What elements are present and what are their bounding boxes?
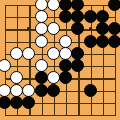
black-stone bbox=[108, 0, 120, 11]
board-point[interactable] bbox=[72, 23, 84, 35]
black-stone bbox=[71, 10, 84, 23]
board-point[interactable] bbox=[0, 109, 11, 120]
board-point[interactable] bbox=[72, 0, 84, 11]
board-point[interactable] bbox=[72, 60, 84, 72]
board-point[interactable] bbox=[84, 72, 96, 84]
board-point[interactable] bbox=[60, 72, 72, 84]
board-point[interactable] bbox=[35, 35, 47, 47]
board-point[interactable] bbox=[0, 47, 11, 59]
white-stone bbox=[0, 59, 11, 72]
black-stone bbox=[35, 71, 48, 84]
board-point[interactable] bbox=[47, 23, 59, 35]
star-point bbox=[27, 27, 30, 30]
board-point[interactable] bbox=[109, 11, 120, 23]
board-point[interactable] bbox=[72, 109, 84, 120]
black-stone bbox=[84, 10, 97, 23]
board-point[interactable] bbox=[60, 23, 72, 35]
black-stone bbox=[59, 10, 72, 23]
board-point[interactable] bbox=[72, 11, 84, 23]
board-point[interactable] bbox=[109, 35, 120, 47]
board-point[interactable] bbox=[72, 84, 84, 96]
board-point[interactable] bbox=[96, 23, 108, 35]
board-point[interactable] bbox=[23, 11, 35, 23]
board-point[interactable] bbox=[35, 11, 47, 23]
board-point[interactable] bbox=[0, 72, 11, 84]
board-point[interactable] bbox=[109, 60, 120, 72]
white-stone bbox=[10, 47, 23, 60]
white-stone bbox=[35, 10, 48, 23]
white-stone bbox=[47, 22, 60, 35]
black-stone bbox=[71, 47, 84, 60]
board-point[interactable] bbox=[0, 11, 11, 23]
board-point[interactable] bbox=[47, 60, 59, 72]
board-point[interactable] bbox=[23, 23, 35, 35]
board-point[interactable] bbox=[72, 96, 84, 108]
white-stone bbox=[35, 59, 48, 72]
board-point[interactable] bbox=[109, 0, 120, 11]
board-point[interactable] bbox=[84, 11, 96, 23]
board-point[interactable] bbox=[96, 11, 108, 23]
board-point[interactable] bbox=[47, 47, 59, 59]
board-surface bbox=[0, 0, 120, 120]
board-point[interactable] bbox=[84, 60, 96, 72]
board-point[interactable] bbox=[84, 96, 96, 108]
board-point[interactable] bbox=[35, 47, 47, 59]
board-point[interactable] bbox=[72, 47, 84, 59]
board-point[interactable] bbox=[60, 0, 72, 11]
board-point[interactable] bbox=[11, 60, 23, 72]
board-point[interactable] bbox=[23, 47, 35, 59]
black-stone bbox=[108, 35, 120, 48]
board-point[interactable] bbox=[11, 84, 23, 96]
white-stone bbox=[59, 47, 72, 60]
white-stone bbox=[47, 71, 60, 84]
board-point[interactable] bbox=[23, 0, 35, 11]
board-point[interactable] bbox=[109, 47, 120, 59]
board-point[interactable] bbox=[96, 84, 108, 96]
black-stone bbox=[35, 84, 48, 97]
board-point[interactable] bbox=[96, 60, 108, 72]
go-board bbox=[0, 0, 120, 120]
board-point[interactable] bbox=[72, 72, 84, 84]
black-stone bbox=[10, 96, 23, 109]
board-point[interactable] bbox=[35, 84, 47, 96]
black-stone bbox=[108, 22, 120, 35]
board-point[interactable] bbox=[84, 35, 96, 47]
black-stone bbox=[59, 71, 72, 84]
black-stone bbox=[59, 59, 72, 72]
board-point[interactable] bbox=[84, 23, 96, 35]
black-stone bbox=[71, 59, 84, 72]
board-point[interactable] bbox=[11, 35, 23, 47]
board-point[interactable] bbox=[0, 23, 11, 35]
board-point[interactable] bbox=[72, 35, 84, 47]
board-point[interactable] bbox=[47, 72, 59, 84]
black-stone bbox=[71, 22, 84, 35]
board-point[interactable] bbox=[60, 35, 72, 47]
board-point[interactable] bbox=[96, 72, 108, 84]
board-point[interactable] bbox=[84, 47, 96, 59]
black-stone bbox=[84, 35, 97, 48]
white-stone bbox=[22, 47, 35, 60]
board-point[interactable] bbox=[84, 0, 96, 11]
board-point[interactable] bbox=[35, 60, 47, 72]
board-point[interactable] bbox=[23, 109, 35, 120]
board-point[interactable] bbox=[96, 96, 108, 108]
white-stone bbox=[35, 22, 48, 35]
black-stone bbox=[22, 96, 35, 109]
black-stone bbox=[96, 35, 109, 48]
star-point bbox=[89, 27, 92, 30]
board-point[interactable] bbox=[35, 72, 47, 84]
board-point[interactable] bbox=[47, 35, 59, 47]
board-point[interactable] bbox=[60, 96, 72, 108]
board-point[interactable] bbox=[23, 96, 35, 108]
white-stone bbox=[22, 84, 35, 97]
white-stone bbox=[47, 47, 60, 60]
board-point[interactable] bbox=[0, 84, 11, 96]
board-point[interactable] bbox=[96, 0, 108, 11]
board-point[interactable] bbox=[23, 35, 35, 47]
board-point[interactable] bbox=[11, 11, 23, 23]
board-point[interactable] bbox=[11, 96, 23, 108]
board-point[interactable] bbox=[84, 84, 96, 96]
white-stone bbox=[10, 71, 23, 84]
board-point[interactable] bbox=[109, 84, 120, 96]
board-point[interactable] bbox=[35, 96, 47, 108]
board-point[interactable] bbox=[96, 47, 108, 59]
board-point[interactable] bbox=[47, 84, 59, 96]
board-point[interactable] bbox=[60, 60, 72, 72]
board-point[interactable] bbox=[60, 11, 72, 23]
board-point[interactable] bbox=[47, 0, 59, 11]
board-point[interactable] bbox=[84, 109, 96, 120]
board-point[interactable] bbox=[109, 72, 120, 84]
board-point[interactable] bbox=[23, 72, 35, 84]
board-point[interactable] bbox=[60, 47, 72, 59]
board-point[interactable] bbox=[11, 23, 23, 35]
board-point[interactable] bbox=[0, 60, 11, 72]
white-stone bbox=[10, 84, 23, 97]
board-point[interactable] bbox=[0, 0, 11, 11]
board-point[interactable] bbox=[47, 96, 59, 108]
board-point[interactable] bbox=[109, 96, 120, 108]
board-point[interactable] bbox=[109, 23, 120, 35]
board-points-layer bbox=[0, 0, 120, 120]
black-stone bbox=[47, 84, 60, 97]
board-point[interactable] bbox=[47, 11, 59, 23]
white-stone bbox=[59, 35, 72, 48]
white-stone bbox=[47, 0, 60, 11]
board-point[interactable] bbox=[47, 109, 59, 120]
board-point[interactable] bbox=[35, 109, 47, 120]
board-point[interactable] bbox=[60, 84, 72, 96]
white-stone bbox=[35, 35, 48, 48]
black-stone bbox=[84, 84, 97, 97]
black-stone bbox=[96, 10, 109, 23]
board-point[interactable] bbox=[96, 35, 108, 47]
board-point[interactable] bbox=[109, 109, 120, 120]
board-point[interactable] bbox=[0, 35, 11, 47]
board-point[interactable] bbox=[60, 109, 72, 120]
board-point[interactable] bbox=[11, 0, 23, 11]
black-stone bbox=[96, 22, 109, 35]
board-point[interactable] bbox=[23, 60, 35, 72]
board-point[interactable] bbox=[0, 96, 11, 108]
board-point[interactable] bbox=[23, 84, 35, 96]
board-point[interactable] bbox=[11, 72, 23, 84]
board-point[interactable] bbox=[96, 109, 108, 120]
board-point[interactable] bbox=[11, 109, 23, 120]
board-point[interactable] bbox=[11, 47, 23, 59]
board-point[interactable] bbox=[35, 23, 47, 35]
board-point[interactable] bbox=[35, 0, 47, 11]
